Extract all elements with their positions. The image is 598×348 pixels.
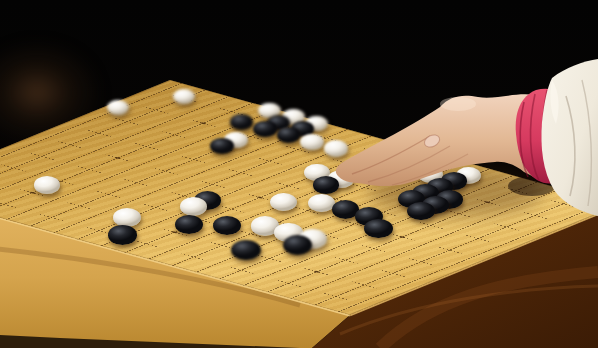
knuckle-highlight: [440, 97, 476, 111]
player-hand: [0, 0, 598, 348]
scene: [0, 0, 598, 348]
